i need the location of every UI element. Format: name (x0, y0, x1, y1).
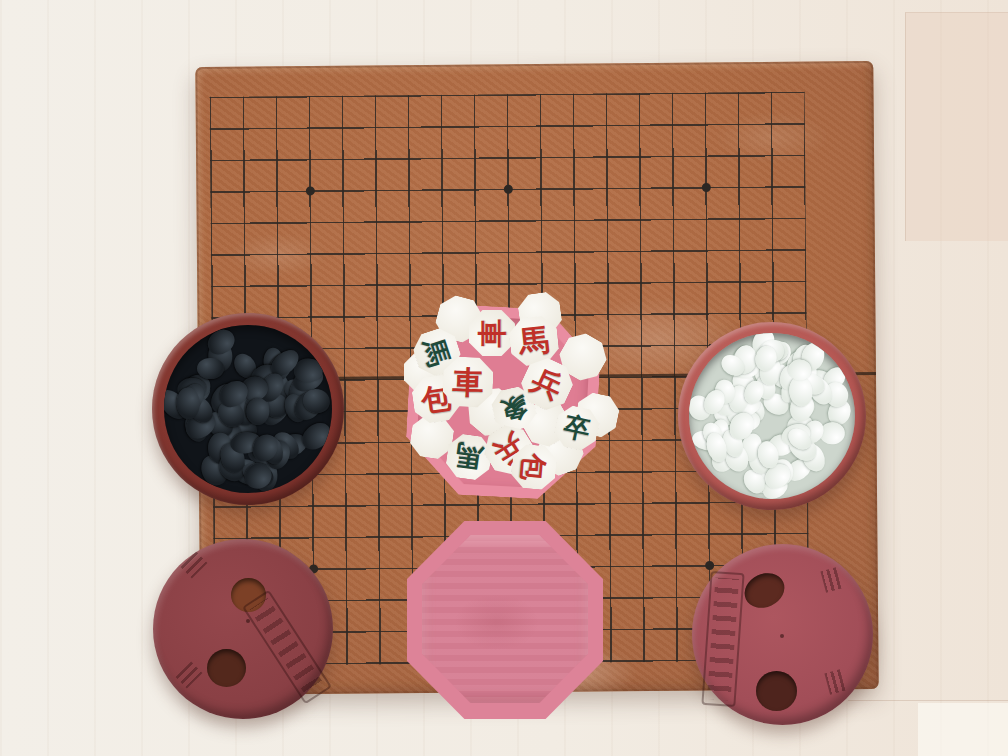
stamp-cartouche (701, 571, 744, 707)
white-bowl-lid (692, 544, 873, 725)
black-bowl-lid (153, 539, 333, 719)
octagonal-lid-interior (422, 535, 588, 703)
piece-character: 車 (452, 366, 484, 398)
piece-character: 車 (478, 319, 507, 348)
finger-hole (207, 649, 246, 687)
finger-hole (756, 671, 797, 711)
game-piece-red: 車 (469, 310, 515, 356)
lid-center-dot (780, 634, 784, 638)
piece-character: 包 (519, 452, 548, 481)
octagonal-box-lid (407, 521, 603, 719)
photo-go-set-overhead: 象車馬馬包車兵卒馬兵包 (0, 0, 1008, 756)
piece-character: 馬 (518, 325, 551, 358)
piece-character: 象 (499, 394, 530, 425)
piece-character: 馬 (420, 335, 454, 369)
piece-character: 兵 (527, 364, 567, 404)
piece-character: 馬 (454, 442, 484, 472)
stamp-cartouche (242, 590, 332, 705)
trigram-mark (176, 662, 203, 689)
trigram-mark (824, 669, 845, 694)
finger-hole (739, 567, 790, 614)
piece-character: 卒 (562, 413, 593, 444)
trigram-mark (820, 567, 841, 592)
